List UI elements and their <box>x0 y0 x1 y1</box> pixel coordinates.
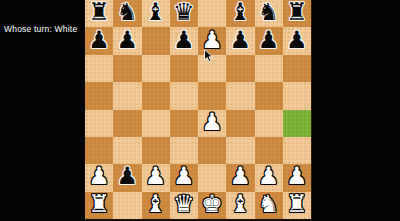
piece-white-pawn-a2: ♟ <box>88 163 110 190</box>
square-h1[interactable]: ♜ <box>283 192 311 219</box>
square-g4[interactable] <box>255 110 283 137</box>
piece-white-bishop-f1: ♝ <box>230 191 252 218</box>
square-a6[interactable] <box>85 55 113 82</box>
square-g3[interactable] <box>255 137 283 164</box>
piece-black-rook-a8: ♜ <box>88 0 110 26</box>
square-g1[interactable]: ♞ <box>255 192 283 219</box>
square-f3[interactable] <box>226 137 254 164</box>
square-d6[interactable] <box>170 55 198 82</box>
square-d1[interactable]: ♛ <box>170 192 198 219</box>
square-c4[interactable] <box>142 110 170 137</box>
square-c8[interactable]: ♝ <box>142 0 170 27</box>
square-b8[interactable]: ♞ <box>113 0 141 27</box>
piece-black-bishop-c8: ♝ <box>145 0 167 26</box>
piece-white-pawn-e7: ♟ <box>201 27 223 54</box>
square-f4[interactable] <box>226 110 254 137</box>
square-f1[interactable]: ♝ <box>226 192 254 219</box>
square-e6[interactable] <box>198 55 226 82</box>
piece-black-pawn-f7: ♟ <box>230 27 252 54</box>
square-g7[interactable]: ♟ <box>255 27 283 54</box>
square-c3[interactable] <box>142 137 170 164</box>
square-d3[interactable] <box>170 137 198 164</box>
square-f6[interactable] <box>226 55 254 82</box>
square-b4[interactable] <box>113 110 141 137</box>
square-h8[interactable]: ♜ <box>283 0 311 27</box>
piece-white-pawn-d2: ♟ <box>173 163 195 190</box>
square-b2[interactable]: ♟ <box>113 164 141 191</box>
square-d7[interactable]: ♟ <box>170 27 198 54</box>
square-a1[interactable]: ♜ <box>85 192 113 219</box>
square-a5[interactable] <box>85 82 113 109</box>
square-d5[interactable] <box>170 82 198 109</box>
piece-black-pawn-b2: ♟ <box>117 163 139 190</box>
square-a4[interactable] <box>85 110 113 137</box>
piece-white-king-e1: ♚ <box>201 191 223 218</box>
square-h4[interactable] <box>283 110 311 137</box>
piece-white-rook-h1: ♜ <box>286 191 308 218</box>
piece-black-rook-h8: ♜ <box>286 0 308 26</box>
square-e3[interactable] <box>198 137 226 164</box>
square-g8[interactable]: ♞ <box>255 0 283 27</box>
square-b5[interactable] <box>113 82 141 109</box>
square-e2[interactable] <box>198 164 226 191</box>
app-window: Whose turn: White ♜♞♝♛♝♞♜♟♟♟♟♟♟♟♟♟♟♟♟♟♟♟… <box>0 0 400 221</box>
piece-white-pawn-g2: ♟ <box>258 163 280 190</box>
square-c5[interactable] <box>142 82 170 109</box>
square-e1[interactable]: ♚ <box>198 192 226 219</box>
square-c1[interactable]: ♝ <box>142 192 170 219</box>
square-f5[interactable] <box>226 82 254 109</box>
chess-board: ♜♞♝♛♝♞♜♟♟♟♟♟♟♟♟♟♟♟♟♟♟♟♜♝♛♚♝♞♜ <box>85 0 312 221</box>
square-e7[interactable]: ♟ <box>198 27 226 54</box>
piece-white-pawn-e4: ♟ <box>201 109 223 136</box>
square-g5[interactable] <box>255 82 283 109</box>
square-h6[interactable] <box>283 55 311 82</box>
square-d2[interactable]: ♟ <box>170 164 198 191</box>
piece-white-pawn-h2: ♟ <box>286 163 308 190</box>
square-f2[interactable]: ♟ <box>226 164 254 191</box>
piece-black-pawn-h7: ♟ <box>286 27 308 54</box>
square-h5[interactable] <box>283 82 311 109</box>
square-b7[interactable]: ♟ <box>113 27 141 54</box>
piece-black-knight-b8: ♞ <box>117 0 139 26</box>
square-g2[interactable]: ♟ <box>255 164 283 191</box>
piece-white-pawn-f2: ♟ <box>230 163 252 190</box>
turn-indicator: Whose turn: White <box>4 24 77 34</box>
square-a2[interactable]: ♟ <box>85 164 113 191</box>
square-b1[interactable] <box>113 192 141 219</box>
square-e5[interactable] <box>198 82 226 109</box>
square-c2[interactable]: ♟ <box>142 164 170 191</box>
piece-white-knight-g1: ♞ <box>258 191 280 218</box>
square-e8[interactable] <box>198 0 226 27</box>
square-h3[interactable] <box>283 137 311 164</box>
piece-black-bishop-f8: ♝ <box>230 0 252 26</box>
square-a7[interactable]: ♟ <box>85 27 113 54</box>
square-f7[interactable]: ♟ <box>226 27 254 54</box>
square-e4[interactable]: ♟ <box>198 110 226 137</box>
square-d4[interactable] <box>170 110 198 137</box>
square-d8[interactable]: ♛ <box>170 0 198 27</box>
square-h7[interactable]: ♟ <box>283 27 311 54</box>
piece-white-bishop-c1: ♝ <box>145 191 167 218</box>
square-a3[interactable] <box>85 137 113 164</box>
square-f8[interactable]: ♝ <box>226 0 254 27</box>
square-b3[interactable] <box>113 137 141 164</box>
piece-black-knight-g8: ♞ <box>258 0 280 26</box>
piece-white-queen-d1: ♛ <box>173 191 195 218</box>
piece-black-pawn-b7: ♟ <box>117 27 139 54</box>
piece-black-pawn-a7: ♟ <box>88 27 110 54</box>
piece-black-pawn-d7: ♟ <box>173 27 195 54</box>
piece-white-pawn-c2: ♟ <box>145 163 167 190</box>
piece-white-rook-a1: ♜ <box>88 191 110 218</box>
piece-black-queen-d8: ♛ <box>173 0 195 26</box>
square-c7[interactable] <box>142 27 170 54</box>
square-h2[interactable]: ♟ <box>283 164 311 191</box>
square-g6[interactable] <box>255 55 283 82</box>
square-b6[interactable] <box>113 55 141 82</box>
square-a8[interactable]: ♜ <box>85 0 113 27</box>
square-c6[interactable] <box>142 55 170 82</box>
piece-black-pawn-g7: ♟ <box>258 27 280 54</box>
